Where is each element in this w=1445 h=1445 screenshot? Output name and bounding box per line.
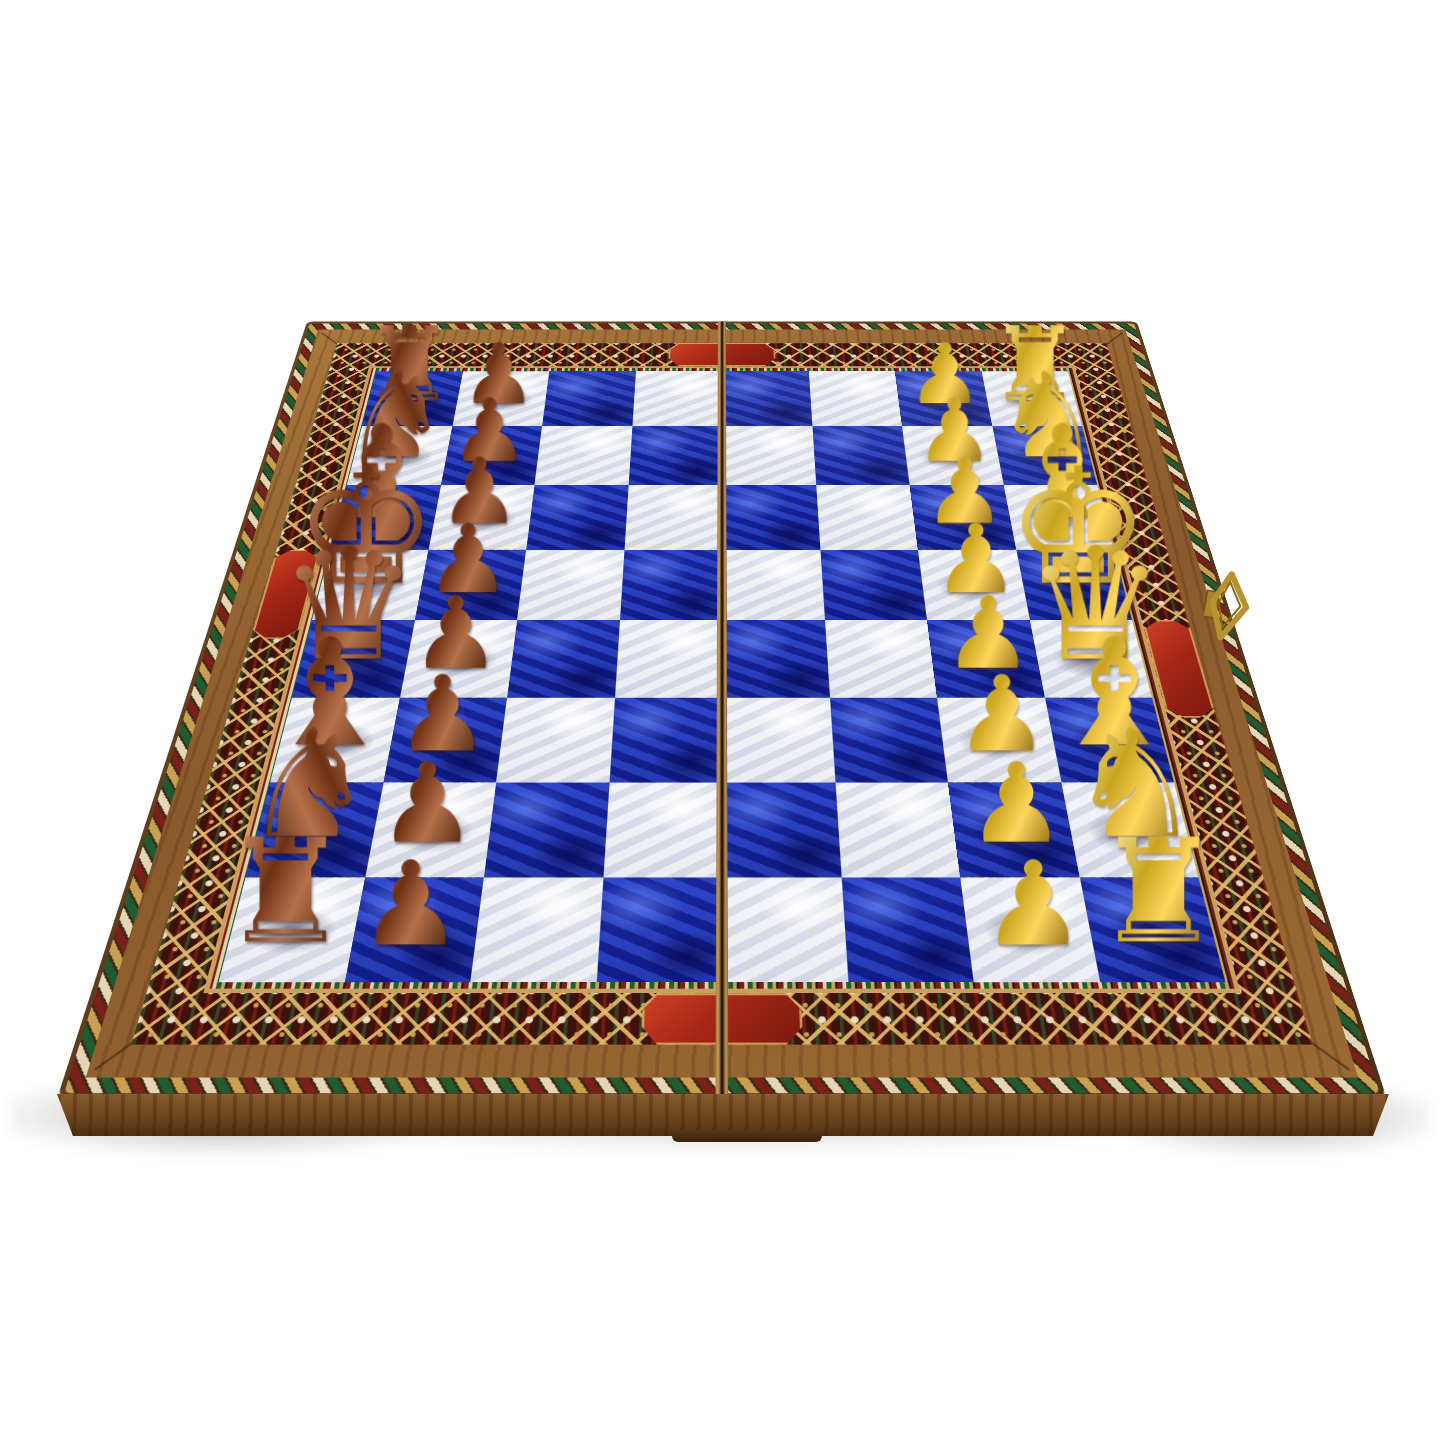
square-c6[interactable] bbox=[496, 697, 614, 782]
square-e4[interactable] bbox=[722, 550, 825, 620]
white-rook-a1[interactable]: ♜ bbox=[1094, 819, 1223, 962]
square-e6[interactable] bbox=[517, 550, 624, 620]
square-a6[interactable] bbox=[470, 877, 603, 982]
photo-scene: ♜♟♟♜♞♟♟♞♝♟♟♝♚♟♟♚♛♟♟♛♝♟♟♝♞♟♟♞♜♟♟♜ bbox=[0, 0, 1445, 1445]
square-f3[interactable] bbox=[816, 485, 918, 549]
square-a3[interactable] bbox=[841, 877, 974, 982]
square-f6[interactable] bbox=[526, 485, 628, 549]
box-hinge-block bbox=[672, 1130, 822, 1142]
square-d5[interactable] bbox=[615, 620, 722, 697]
square-a8[interactable]: ♜ bbox=[219, 877, 365, 982]
square-f4[interactable] bbox=[722, 485, 820, 549]
square-a5[interactable] bbox=[596, 877, 722, 982]
white-pawn-a2[interactable]: ♟ bbox=[981, 846, 1086, 963]
square-f5[interactable] bbox=[624, 485, 722, 549]
square-a2[interactable]: ♟ bbox=[960, 877, 1099, 982]
square-a7[interactable]: ♟ bbox=[344, 877, 483, 982]
square-b5[interactable] bbox=[603, 783, 722, 877]
square-c5[interactable] bbox=[609, 697, 722, 782]
brass-latch[interactable] bbox=[1204, 568, 1250, 646]
square-a4[interactable] bbox=[722, 877, 848, 982]
square-g4[interactable] bbox=[722, 426, 816, 485]
square-g3[interactable] bbox=[812, 426, 910, 485]
square-e5[interactable] bbox=[620, 550, 723, 620]
square-b4[interactable] bbox=[722, 783, 841, 877]
black-pawn-a7[interactable]: ♟ bbox=[358, 846, 463, 963]
square-g6[interactable] bbox=[534, 426, 632, 485]
black-rook-a8[interactable]: ♜ bbox=[222, 819, 351, 962]
brass-latch-icon bbox=[1204, 568, 1250, 646]
square-c3[interactable] bbox=[829, 697, 947, 782]
square-e3[interactable] bbox=[820, 550, 927, 620]
square-b6[interactable] bbox=[484, 783, 609, 877]
square-d6[interactable] bbox=[507, 620, 619, 697]
square-d3[interactable] bbox=[825, 620, 937, 697]
chess-board: ♜♟♟♜♞♟♟♞♝♟♟♝♚♟♟♚♛♟♟♛♝♟♟♝♞♟♟♞♜♟♟♜ bbox=[57, 321, 1387, 1098]
square-c4[interactable] bbox=[722, 697, 835, 782]
square-g5[interactable] bbox=[628, 426, 722, 485]
square-d4[interactable] bbox=[722, 620, 829, 697]
square-a1[interactable]: ♜ bbox=[1079, 877, 1225, 982]
square-b3[interactable] bbox=[835, 783, 960, 877]
